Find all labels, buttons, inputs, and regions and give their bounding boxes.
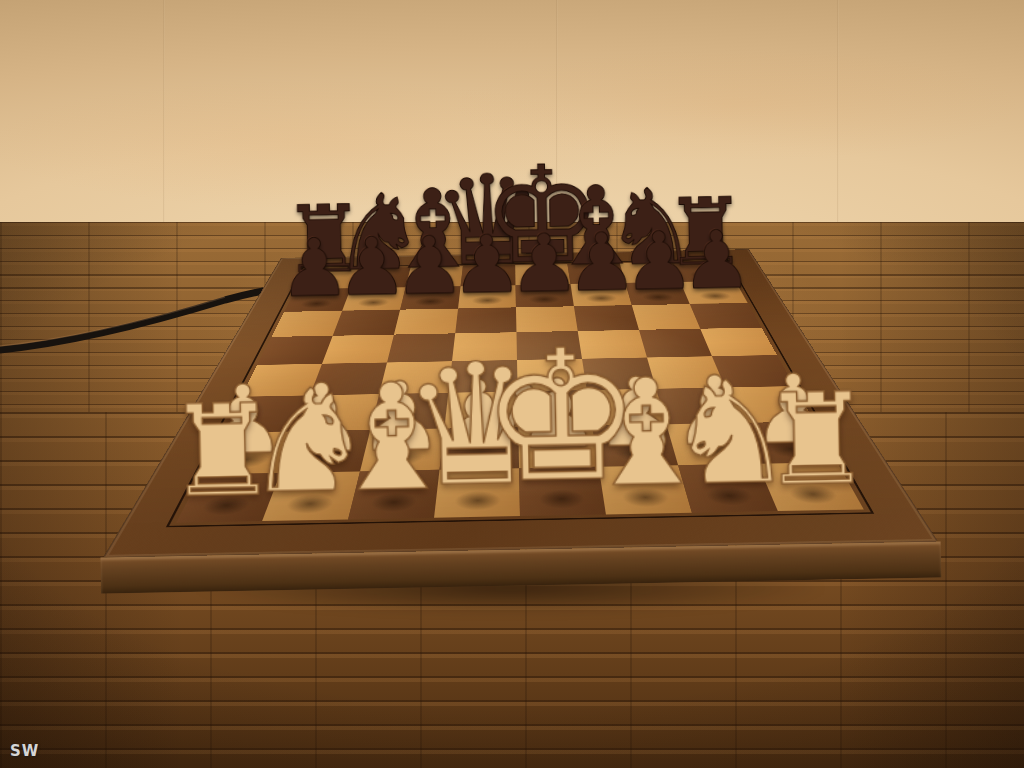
square-f7[interactable]: ♟ <box>571 283 632 306</box>
piece-black-pawn[interactable]: ♟ <box>680 220 753 301</box>
wall-seam <box>837 0 839 232</box>
photo-stage: ♜♞♝♛♚♝♞♜♟♟♟♟♟♟♟♟♟♟♟♟♟♟♟♟♜♞♝♛♚♝♞♜ SW <box>0 0 1024 768</box>
piece-white-rook[interactable]: ♜ <box>758 376 873 503</box>
board-squares: ♜♞♝♛♚♝♞♜♟♟♟♟♟♟♟♟♟♟♟♟♟♟♟♟♜♞♝♛♚♝♞♜ <box>176 261 864 523</box>
square-d7[interactable]: ♟ <box>458 285 516 308</box>
wall-seam <box>163 0 165 232</box>
chess-board: ♜♞♝♛♚♝♞♜♟♟♟♟♟♟♟♟♟♟♟♟♟♟♟♟♜♞♝♛♚♝♞♜ <box>103 249 938 557</box>
board-front-edge <box>100 541 941 593</box>
square-e7[interactable]: ♟ <box>516 284 574 307</box>
board-scene: ♜♞♝♛♚♝♞♜♟♟♟♟♟♟♟♟♟♟♟♟♟♟♟♟♜♞♝♛♚♝♞♜ <box>211 54 822 665</box>
watermark: SW <box>10 742 39 760</box>
